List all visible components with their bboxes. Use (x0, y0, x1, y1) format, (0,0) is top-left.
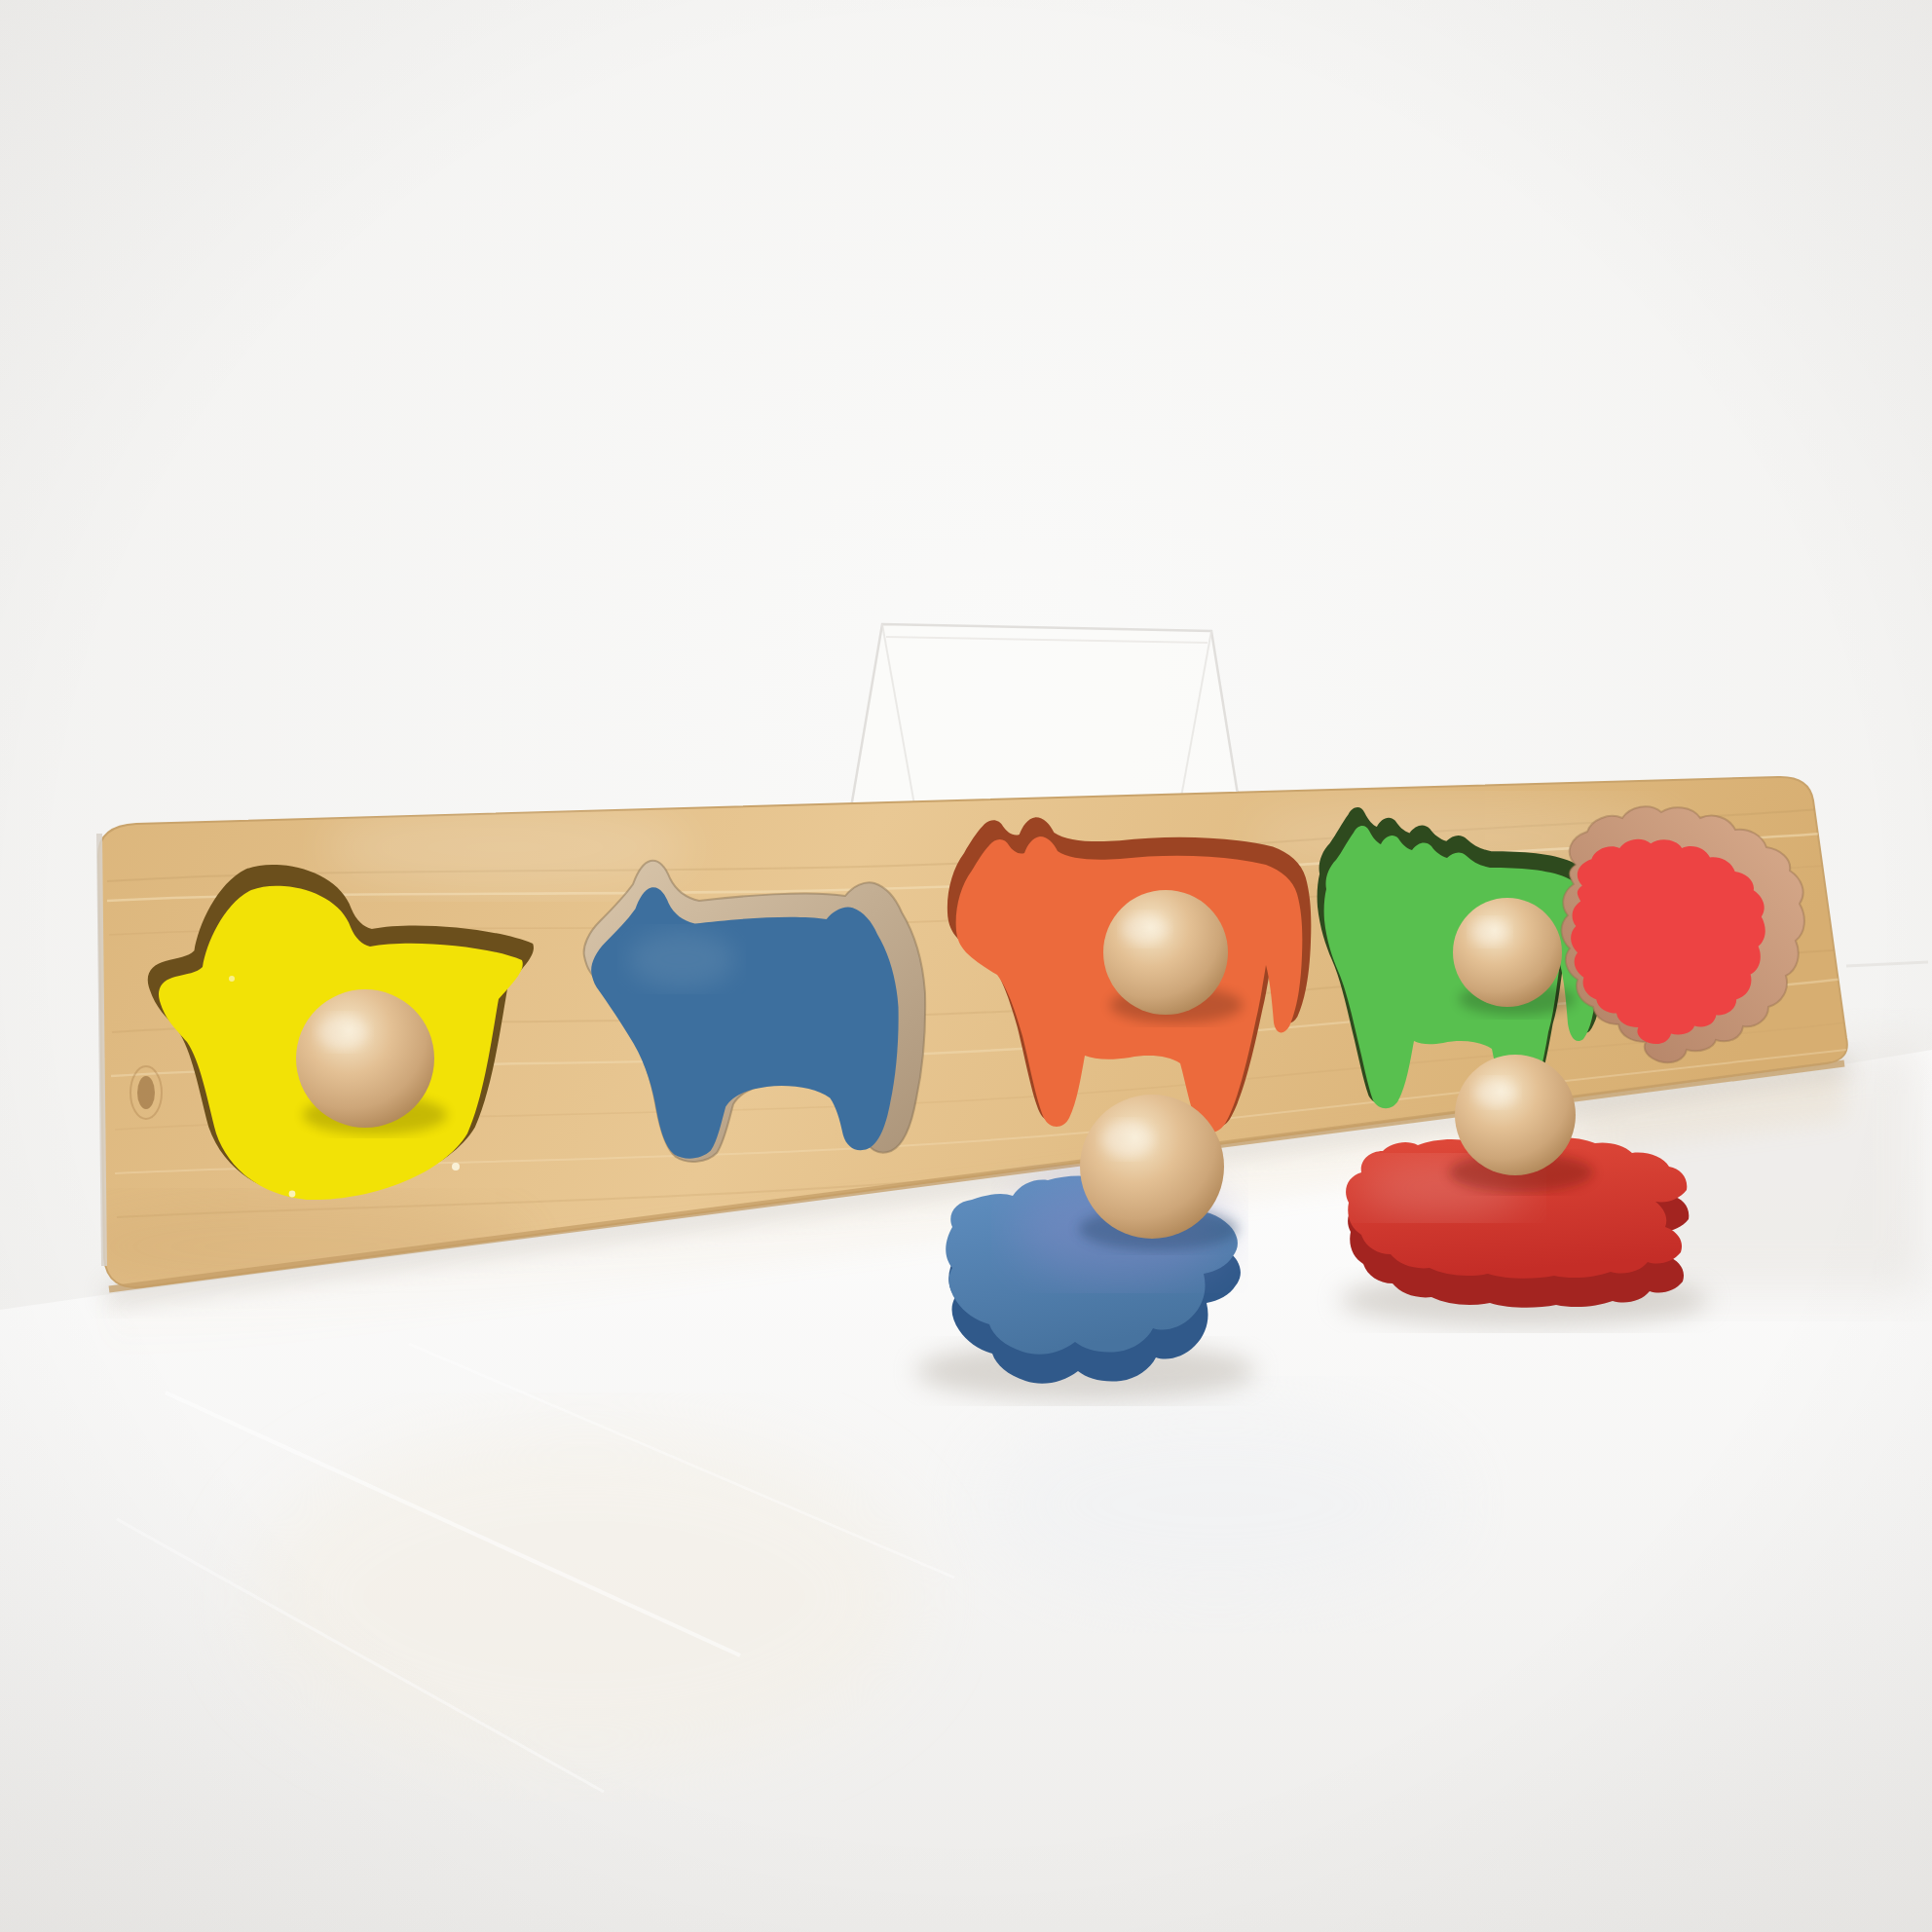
photo-scene (0, 0, 1932, 1932)
vignette-overlay (0, 0, 1932, 1932)
puzzle-photo (0, 0, 1932, 1932)
